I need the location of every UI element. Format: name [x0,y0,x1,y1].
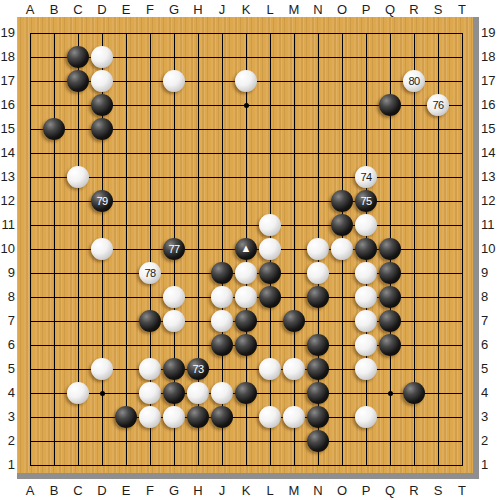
stone-black-N2 [307,430,329,452]
stone-white-D18 [91,46,113,68]
col-label-bottom-K: K [242,483,251,498]
stone-black-C18 [67,46,89,68]
col-label-bottom-N: N [313,483,322,498]
row-label-left-19: 19 [0,25,15,41]
stone-white-G8 [163,286,185,308]
stone-black-B15 [43,118,65,140]
move-number-73: 73 [187,358,209,380]
row-label-right-16: 16 [481,97,496,113]
row-label-left-6: 6 [0,337,15,353]
stone-black-N6 [307,334,329,356]
row-label-left-3: 3 [0,409,15,425]
row-label-right-2: 2 [481,433,496,449]
row-label-right-5: 5 [481,361,496,377]
stone-white-F9: 78 [139,262,161,284]
row-label-right-4: 4 [481,385,496,401]
row-label-right-9: 9 [481,265,496,281]
stone-white-J8 [211,286,233,308]
stone-white-H4 [187,382,209,404]
col-label-top-R: R [409,2,418,17]
stone-black-N3 [307,406,329,428]
stone-black-R4 [403,382,425,404]
stone-white-D5 [91,358,113,380]
row-label-right-12: 12 [481,193,496,209]
stone-black-O11 [331,214,353,236]
stone-black-Q7 [379,310,401,332]
stone-white-P9 [355,262,377,284]
row-label-right-1: 1 [481,457,496,473]
stone-white-F4 [139,382,161,404]
stone-white-P6 [355,334,377,356]
stone-black-P10 [355,238,377,260]
stone-white-J4 [211,382,233,404]
stone-white-K9 [235,262,257,284]
stone-black-J6 [211,334,233,356]
stone-black-D15 [91,118,113,140]
col-label-bottom-J: J [219,483,226,498]
col-label-top-O: O [337,2,347,17]
row-label-left-17: 17 [0,73,15,89]
stone-white-P3 [355,406,377,428]
stone-white-P13: 74 [355,166,377,188]
col-label-top-Q: Q [385,2,395,17]
stone-black-P12: 75 [355,190,377,212]
col-label-top-K: K [242,2,251,17]
row-label-left-4: 4 [0,385,15,401]
col-label-bottom-S: S [434,483,443,498]
stone-black-N8 [307,286,329,308]
grid-vline-T [462,33,463,466]
row-label-right-6: 6 [481,337,496,353]
row-label-right-3: 3 [481,409,496,425]
stone-black-G4 [163,382,185,404]
col-label-bottom-E: E [122,483,131,498]
stone-black-Q6 [379,334,401,356]
row-label-left-13: 13 [0,169,15,185]
col-label-bottom-T: T [458,483,466,498]
row-label-right-17: 17 [481,73,496,89]
col-label-top-P: P [362,2,371,17]
stone-black-Q10 [379,238,401,260]
row-label-left-15: 15 [0,121,15,137]
stone-black-G5 [163,358,185,380]
stone-white-K8 [235,286,257,308]
col-label-bottom-O: O [337,483,347,498]
stone-white-L5 [259,358,281,380]
stone-black-L8 [259,286,281,308]
stone-white-G3 [163,406,185,428]
stone-white-C13 [67,166,89,188]
col-label-top-B: B [50,2,59,17]
row-label-left-12: 12 [0,193,15,209]
row-label-left-10: 10 [0,241,15,257]
stone-black-K6 [235,334,257,356]
stone-black-D16 [91,94,113,116]
col-label-bottom-P: P [362,483,371,498]
stone-white-F5 [139,358,161,380]
col-label-top-D: D [97,2,106,17]
stone-black-J9 [211,262,233,284]
stone-black-N4 [307,382,329,404]
stone-white-P7 [355,310,377,332]
stone-white-N9 [307,262,329,284]
row-label-left-16: 16 [0,97,15,113]
row-label-right-11: 11 [481,217,496,233]
stone-black-K7 [235,310,257,332]
stone-white-P8 [355,286,377,308]
col-label-top-E: E [122,2,131,17]
star-point-K16 [244,103,249,108]
stone-white-M5 [283,358,305,380]
stone-black-Q9 [379,262,401,284]
col-label-bottom-C: C [73,483,82,498]
stone-white-K17 [235,70,257,92]
stone-black-C17 [67,70,89,92]
move-number-74: 74 [355,166,377,188]
col-label-top-H: H [193,2,202,17]
move-number-80: 80 [403,70,425,92]
row-label-right-10: 10 [481,241,496,257]
stone-black-G10: 77 [163,238,185,260]
row-label-left-11: 11 [0,217,15,233]
stone-black-J3 [211,406,233,428]
col-label-top-F: F [146,2,154,17]
col-label-bottom-A: A [26,483,35,498]
move-number-77: 77 [163,238,185,260]
grid-vline-M [294,33,295,466]
stone-white-D17 [91,70,113,92]
row-label-left-5: 5 [0,361,15,377]
col-label-top-T: T [458,2,466,17]
stone-white-J7 [211,310,233,332]
stone-white-P11 [355,214,377,236]
stone-black-O12 [331,190,353,212]
stone-white-L11 [259,214,281,236]
move-number-79: 79 [91,190,113,212]
triangle-marker-icon: ▲ [235,237,257,259]
stone-black-F7 [139,310,161,332]
stone-white-N10 [307,238,329,260]
col-label-bottom-Q: Q [385,483,395,498]
col-label-bottom-B: B [50,483,59,498]
col-label-bottom-G: G [169,483,179,498]
row-label-right-18: 18 [481,49,496,65]
row-label-right-8: 8 [481,289,496,305]
stone-white-C4 [67,382,89,404]
col-label-top-C: C [73,2,82,17]
move-number-75: 75 [355,190,377,212]
stone-black-H3 [187,406,209,428]
stone-black-M7 [283,310,305,332]
stone-white-L3 [259,406,281,428]
col-label-bottom-R: R [409,483,418,498]
stone-white-F3 [139,406,161,428]
row-label-right-14: 14 [481,145,496,161]
row-label-left-8: 8 [0,289,15,305]
stone-white-S16: 76 [427,94,449,116]
col-label-top-G: G [169,2,179,17]
stone-black-Q16 [379,94,401,116]
row-label-left-18: 18 [0,49,15,65]
col-label-top-S: S [434,2,443,17]
row-label-left-14: 14 [0,145,15,161]
grid-hline-2 [30,441,463,442]
stone-black-K10: ▲ [235,238,257,260]
col-label-bottom-D: D [97,483,106,498]
go-diagram: 807674797577▲7873 AABBCCDDEEFFGGHHJJKKLL… [0,0,500,500]
star-point-Q4 [388,391,393,396]
stone-black-H5: 73 [187,358,209,380]
col-label-top-M: M [289,2,300,17]
row-label-left-7: 7 [0,313,15,329]
stone-black-Q8 [379,286,401,308]
col-label-bottom-M: M [289,483,300,498]
stone-white-G17 [163,70,185,92]
stone-black-E3 [115,406,137,428]
stone-black-D12: 79 [91,190,113,212]
stone-white-L10 [259,238,281,260]
stone-black-N5 [307,358,329,380]
grid-hline-3 [30,417,463,418]
row-label-right-7: 7 [481,313,496,329]
col-label-top-A: A [26,2,35,17]
stone-white-P5 [355,358,377,380]
row-label-right-19: 19 [481,25,496,41]
col-label-top-N: N [313,2,322,17]
col-label-top-L: L [266,2,273,17]
grid-hline-1 [30,465,463,466]
move-number-76: 76 [427,94,449,116]
row-label-left-1: 1 [0,457,15,473]
col-label-bottom-H: H [193,483,202,498]
stone-white-D10 [91,238,113,260]
col-label-top-J: J [219,2,226,17]
stone-white-R17: 80 [403,70,425,92]
star-point-D4 [100,391,105,396]
stone-black-K4 [235,382,257,404]
row-label-left-2: 2 [0,433,15,449]
stone-black-L9 [259,262,281,284]
stone-white-M3 [283,406,305,428]
row-label-right-13: 13 [481,169,496,185]
col-label-bottom-L: L [266,483,273,498]
row-label-left-9: 9 [0,265,15,281]
stone-white-G7 [163,310,185,332]
col-label-bottom-F: F [146,483,154,498]
move-number-78: 78 [139,262,161,284]
row-label-right-15: 15 [481,121,496,137]
stone-white-O10 [331,238,353,260]
